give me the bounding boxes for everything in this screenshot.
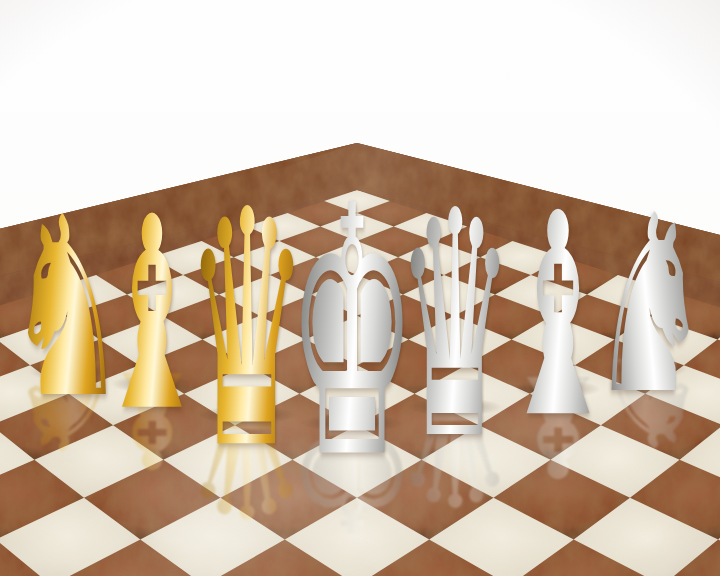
chessboard — [0, 0, 720, 576]
chess-set-photo: ♞♞♝♝♛♛♚♚♛♛♝♝♞♞ — [0, 0, 720, 576]
